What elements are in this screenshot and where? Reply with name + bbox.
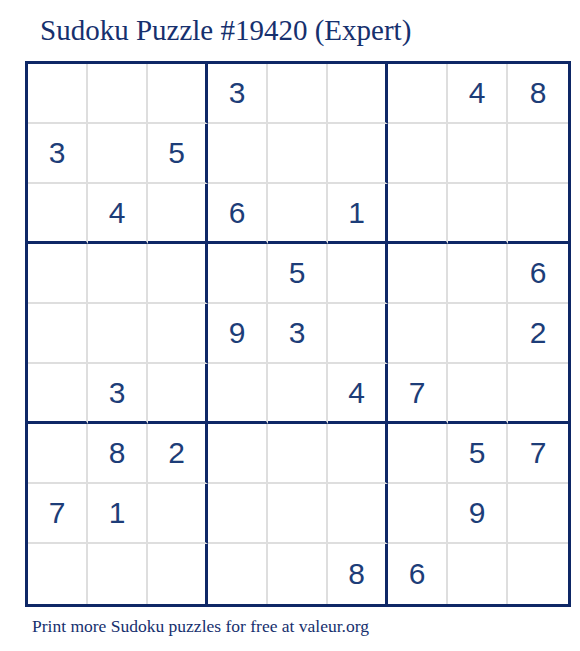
- cell-r2c9: [508, 124, 568, 184]
- cell-r1c2: [88, 64, 148, 124]
- cell-r6c7: 7: [388, 364, 448, 424]
- cell-r2c2: [88, 124, 148, 184]
- cell-r2c7: [388, 124, 448, 184]
- cell-r8c1: 7: [28, 484, 88, 544]
- cell-r4c4: [208, 244, 268, 304]
- cell-r6c3: [148, 364, 208, 424]
- cell-r9c2: [88, 544, 148, 604]
- cell-r3c4: 6: [208, 184, 268, 244]
- cell-r7c1: [28, 424, 88, 484]
- cell-r1c3: [148, 64, 208, 124]
- cell-r8c9: [508, 484, 568, 544]
- cell-r1c5: [268, 64, 328, 124]
- cell-r3c7: [388, 184, 448, 244]
- cell-r5c8: [448, 304, 508, 364]
- cell-r2c4: [208, 124, 268, 184]
- cell-r4c5: 5: [268, 244, 328, 304]
- cell-r8c6: [328, 484, 388, 544]
- cell-r2c3: 5: [148, 124, 208, 184]
- cell-r8c5: [268, 484, 328, 544]
- cell-r3c5: [268, 184, 328, 244]
- cell-r7c8: 5: [448, 424, 508, 484]
- cell-r6c5: [268, 364, 328, 424]
- cell-r2c8: [448, 124, 508, 184]
- sudoku-board: 3483546156932347825771986: [25, 61, 571, 607]
- cell-r8c3: [148, 484, 208, 544]
- cell-r8c4: [208, 484, 268, 544]
- cell-r5c2: [88, 304, 148, 364]
- cell-r7c6: [328, 424, 388, 484]
- cell-r4c3: [148, 244, 208, 304]
- cell-r5c5: 3: [268, 304, 328, 364]
- cell-r3c9: [508, 184, 568, 244]
- cell-r3c8: [448, 184, 508, 244]
- cell-r4c6: [328, 244, 388, 304]
- cell-r9c4: [208, 544, 268, 604]
- cell-r6c9: [508, 364, 568, 424]
- cell-r9c5: [268, 544, 328, 604]
- cell-r5c3: [148, 304, 208, 364]
- cell-r5c4: 9: [208, 304, 268, 364]
- cell-r7c9: 7: [508, 424, 568, 484]
- cell-r7c7: [388, 424, 448, 484]
- cell-r7c2: 8: [88, 424, 148, 484]
- cell-r7c4: [208, 424, 268, 484]
- cell-r3c3: [148, 184, 208, 244]
- cell-r4c9: 6: [508, 244, 568, 304]
- cell-r8c2: 1: [88, 484, 148, 544]
- cell-r5c7: [388, 304, 448, 364]
- cell-r4c8: [448, 244, 508, 304]
- cell-r1c7: [388, 64, 448, 124]
- cell-r2c5: [268, 124, 328, 184]
- cell-r1c6: [328, 64, 388, 124]
- cell-r1c9: 8: [508, 64, 568, 124]
- cell-r6c6: 4: [328, 364, 388, 424]
- cell-r9c9: [508, 544, 568, 604]
- cell-r9c3: [148, 544, 208, 604]
- sudoku-print-page: Sudoku Puzzle #19420 (Expert) 3483546156…: [0, 0, 580, 651]
- cell-r5c6: [328, 304, 388, 364]
- cell-r3c1: [28, 184, 88, 244]
- cell-r4c2: [88, 244, 148, 304]
- cell-r4c1: [28, 244, 88, 304]
- cell-r2c6: [328, 124, 388, 184]
- cell-r5c1: [28, 304, 88, 364]
- cell-r9c8: [448, 544, 508, 604]
- cell-r8c8: 9: [448, 484, 508, 544]
- cell-r3c2: 4: [88, 184, 148, 244]
- cell-r1c8: 4: [448, 64, 508, 124]
- cell-r3c6: 1: [328, 184, 388, 244]
- cell-r1c4: 3: [208, 64, 268, 124]
- cell-r6c1: [28, 364, 88, 424]
- cell-r4c7: [388, 244, 448, 304]
- cell-r9c6: 8: [328, 544, 388, 604]
- cell-r2c1: 3: [28, 124, 88, 184]
- cell-r8c7: [388, 484, 448, 544]
- cell-r6c8: [448, 364, 508, 424]
- cell-r9c1: [28, 544, 88, 604]
- cell-r1c1: [28, 64, 88, 124]
- cell-r6c2: 3: [88, 364, 148, 424]
- cell-r7c5: [268, 424, 328, 484]
- cell-r9c7: 6: [388, 544, 448, 604]
- puzzle-title: Sudoku Puzzle #19420 (Expert): [40, 14, 411, 47]
- cell-r5c9: 2: [508, 304, 568, 364]
- footer-credit: Print more Sudoku puzzles for free at va…: [32, 616, 369, 637]
- cell-r7c3: 2: [148, 424, 208, 484]
- cell-r6c4: [208, 364, 268, 424]
